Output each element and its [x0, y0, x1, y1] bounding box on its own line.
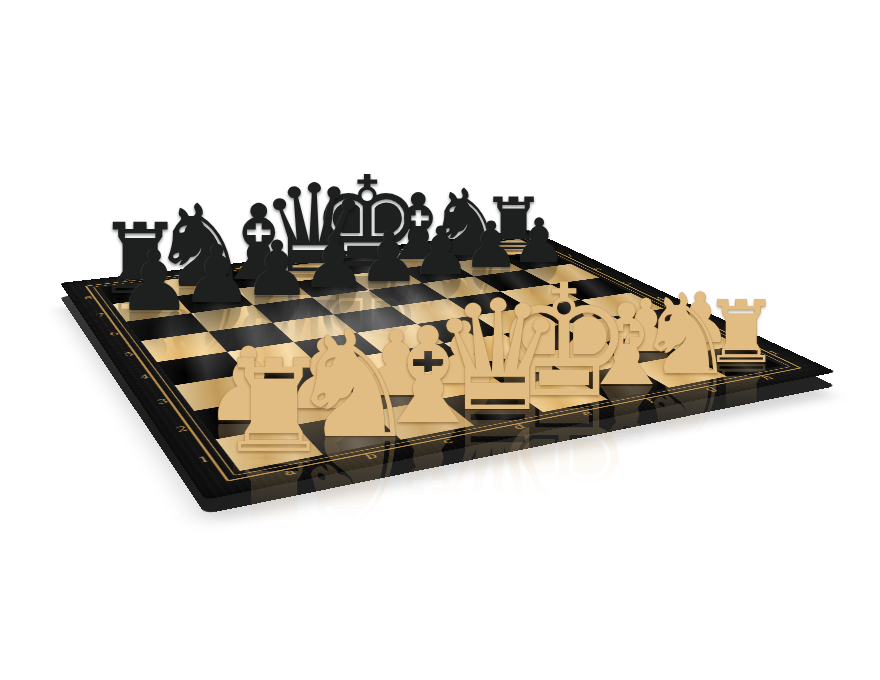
rank-label-right-5: 5: [621, 281, 635, 286]
rank-label-right-2: 2: [725, 330, 742, 336]
file-label-front-c: c: [439, 436, 457, 445]
rank-label-left-2: 2: [174, 424, 191, 433]
file-label-front-g: g: [701, 385, 720, 392]
rank-label-right-3: 3: [687, 312, 703, 317]
rank-label-left-3: 3: [155, 397, 171, 405]
file-label-back-a: a: [122, 278, 133, 283]
file-label-front-h: h: [757, 374, 776, 381]
file-label-front-a: a: [281, 467, 299, 477]
file-label-front-e: e: [577, 409, 595, 417]
file-label-front-d: d: [510, 422, 529, 431]
file-label-back-e: e: [342, 253, 353, 257]
playing-area: [100, 239, 781, 471]
file-label-back-f: f: [393, 247, 402, 250]
rank-label-left-7: 7: [95, 312, 108, 318]
rank-label-left-6: 6: [108, 331, 121, 337]
file-label-back-b: b: [180, 271, 192, 275]
rank-label-right-8: 8: [538, 242, 550, 246]
rank-label-right-1: 1: [765, 349, 783, 355]
rank-label-right-7: 7: [563, 254, 576, 258]
file-label-back-c: c: [237, 265, 248, 269]
file-label-back-h: h: [485, 237, 497, 241]
file-label-back-d: d: [290, 259, 302, 263]
rank-label-right-4: 4: [653, 296, 668, 301]
rank-label-left-4: 4: [138, 373, 153, 380]
file-label-front-b: b: [362, 451, 381, 461]
rank-label-right-6: 6: [591, 267, 605, 271]
rank-label-left-5: 5: [122, 351, 136, 358]
rank-label-left-8: 8: [83, 295, 95, 300]
file-label-front-f: f: [642, 397, 657, 404]
rank-label-left-1: 1: [195, 454, 213, 464]
file-label-back-g: g: [439, 242, 451, 246]
chess-product-photo-scene: 8877665544332211aabbccddeeffgghh ♜♜♞♞♝♝♛…: [0, 0, 880, 680]
